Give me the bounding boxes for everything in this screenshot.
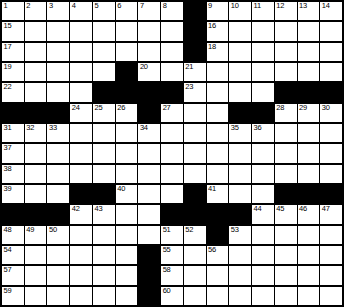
white-cell[interactable] — [252, 266, 274, 284]
white-cell[interactable] — [25, 43, 47, 61]
white-cell[interactable] — [116, 226, 138, 244]
white-cell[interactable] — [298, 22, 320, 40]
white-cell[interactable] — [25, 63, 47, 81]
white-cell[interactable] — [252, 226, 274, 244]
clue-number: 15 — [4, 22, 12, 30]
white-cell[interactable]: 25 — [93, 104, 115, 122]
white-cell[interactable] — [320, 287, 342, 305]
white-cell[interactable] — [320, 144, 342, 162]
white-cell[interactable]: 28 — [275, 104, 297, 122]
white-cell[interactable] — [70, 266, 92, 284]
white-cell[interactable] — [298, 144, 320, 162]
white-cell[interactable] — [229, 266, 251, 284]
white-cell[interactable] — [252, 144, 274, 162]
white-cell[interactable]: 2 — [25, 2, 47, 20]
crossword-grid: 1234567891011121314151617181920212223242… — [0, 0, 344, 307]
white-cell[interactable]: 8 — [161, 2, 183, 20]
white-cell[interactable] — [298, 63, 320, 81]
black-cell — [184, 22, 206, 40]
clue-number: 30 — [322, 104, 330, 112]
white-cell[interactable] — [47, 43, 69, 61]
white-cell[interactable] — [93, 144, 115, 162]
clue-number: 22 — [4, 83, 12, 91]
clue-number: 56 — [208, 246, 216, 254]
white-cell[interactable] — [275, 165, 297, 183]
white-cell[interactable] — [252, 185, 274, 203]
white-cell[interactable] — [161, 185, 183, 203]
clue-number: 38 — [4, 165, 12, 173]
white-cell[interactable]: 32 — [25, 124, 47, 142]
white-cell[interactable] — [25, 266, 47, 284]
black-cell — [25, 104, 47, 122]
clue-number: 48 — [4, 226, 12, 234]
white-cell[interactable]: 39 — [2, 185, 24, 203]
white-cell[interactable] — [229, 83, 251, 101]
white-cell[interactable] — [70, 43, 92, 61]
white-cell[interactable] — [298, 124, 320, 142]
white-cell[interactable] — [252, 43, 274, 61]
clue-number: 47 — [322, 205, 330, 213]
white-cell[interactable] — [93, 266, 115, 284]
clue-number: 49 — [26, 226, 34, 234]
white-cell[interactable] — [70, 83, 92, 101]
white-cell[interactable] — [70, 226, 92, 244]
white-cell[interactable] — [25, 144, 47, 162]
white-cell[interactable] — [116, 266, 138, 284]
white-cell[interactable] — [184, 165, 206, 183]
clue-number: 12 — [276, 2, 284, 10]
white-cell[interactable] — [252, 22, 274, 40]
clue-number: 16 — [208, 22, 216, 30]
white-cell[interactable] — [25, 165, 47, 183]
white-cell[interactable] — [298, 287, 320, 305]
clue-number: 26 — [117, 104, 125, 112]
black-cell — [93, 83, 115, 101]
white-cell[interactable] — [138, 22, 160, 40]
white-cell[interactable] — [93, 43, 115, 61]
white-cell[interactable]: 52 — [184, 226, 206, 244]
white-cell[interactable]: 26 — [116, 104, 138, 122]
white-cell[interactable]: 10 — [229, 2, 251, 20]
white-cell[interactable] — [275, 63, 297, 81]
white-cell[interactable] — [320, 266, 342, 284]
clue-number: 13 — [299, 2, 307, 10]
white-cell[interactable] — [320, 226, 342, 244]
white-cell[interactable] — [47, 22, 69, 40]
black-cell — [184, 43, 206, 61]
white-cell[interactable]: 22 — [2, 83, 24, 101]
clue-number: 34 — [140, 124, 148, 132]
white-cell[interactable]: 11 — [252, 2, 274, 20]
white-cell[interactable] — [47, 83, 69, 101]
white-cell[interactable] — [207, 144, 229, 162]
white-cell[interactable]: 18 — [207, 43, 229, 61]
white-cell[interactable] — [47, 63, 69, 81]
clue-number: 6 — [117, 2, 121, 10]
black-cell — [320, 185, 342, 203]
white-cell[interactable]: 20 — [138, 63, 160, 81]
clue-number: 28 — [276, 104, 284, 112]
white-cell[interactable] — [207, 287, 229, 305]
white-cell[interactable] — [116, 124, 138, 142]
white-cell[interactable]: 24 — [70, 104, 92, 122]
white-cell[interactable] — [93, 226, 115, 244]
white-cell[interactable] — [275, 144, 297, 162]
white-cell[interactable] — [207, 266, 229, 284]
white-cell[interactable] — [298, 165, 320, 183]
white-cell[interactable]: 41 — [207, 185, 229, 203]
white-cell[interactable]: 34 — [138, 124, 160, 142]
white-cell[interactable] — [207, 63, 229, 81]
black-cell — [298, 83, 320, 101]
white-cell[interactable] — [275, 124, 297, 142]
white-cell[interactable] — [184, 266, 206, 284]
white-cell[interactable] — [298, 43, 320, 61]
white-cell[interactable]: 6 — [116, 2, 138, 20]
white-cell[interactable] — [275, 246, 297, 264]
clue-number: 2 — [26, 2, 30, 10]
clue-number: 43 — [94, 205, 102, 213]
clue-number: 44 — [254, 205, 262, 213]
clue-number: 52 — [185, 226, 193, 234]
white-cell[interactable]: 53 — [229, 226, 251, 244]
white-cell[interactable] — [47, 287, 69, 305]
white-cell[interactable]: 7 — [138, 2, 160, 20]
clue-number: 17 — [4, 43, 12, 51]
white-cell[interactable]: 46 — [298, 205, 320, 223]
clue-number: 18 — [208, 43, 216, 51]
clue-number: 5 — [94, 2, 98, 10]
white-cell[interactable]: 49 — [25, 226, 47, 244]
clue-number: 58 — [163, 266, 171, 274]
white-cell[interactable]: 21 — [184, 63, 206, 81]
white-cell[interactable] — [229, 144, 251, 162]
white-cell[interactable] — [116, 205, 138, 223]
clue-number: 11 — [254, 2, 261, 10]
black-cell — [47, 205, 69, 223]
white-cell[interactable] — [47, 266, 69, 284]
white-cell[interactable] — [161, 43, 183, 61]
black-cell — [275, 185, 297, 203]
white-cell[interactable] — [298, 246, 320, 264]
clue-number: 29 — [299, 104, 307, 112]
white-cell[interactable] — [207, 165, 229, 183]
clue-number: 24 — [72, 104, 80, 112]
clue-number: 45 — [276, 205, 284, 213]
clue-number: 60 — [163, 287, 171, 295]
white-cell[interactable] — [252, 165, 274, 183]
white-cell[interactable] — [116, 43, 138, 61]
white-cell[interactable] — [116, 287, 138, 305]
white-cell[interactable] — [70, 124, 92, 142]
white-cell[interactable]: 54 — [2, 246, 24, 264]
white-cell[interactable]: 3 — [47, 2, 69, 20]
white-cell[interactable] — [25, 246, 47, 264]
white-cell[interactable]: 27 — [161, 104, 183, 122]
white-cell[interactable] — [116, 165, 138, 183]
white-cell[interactable] — [207, 104, 229, 122]
white-cell[interactable] — [70, 165, 92, 183]
black-cell — [252, 104, 274, 122]
white-cell[interactable] — [184, 124, 206, 142]
white-cell[interactable]: 55 — [161, 246, 183, 264]
clue-number: 36 — [254, 124, 262, 132]
clue-number: 20 — [140, 63, 148, 71]
white-cell[interactable] — [320, 165, 342, 183]
white-cell[interactable] — [252, 287, 274, 305]
white-cell[interactable] — [298, 266, 320, 284]
black-cell — [229, 205, 251, 223]
clue-number: 27 — [163, 104, 171, 112]
white-cell[interactable] — [275, 22, 297, 40]
white-cell[interactable] — [229, 165, 251, 183]
clue-number: 7 — [140, 2, 144, 10]
white-cell[interactable] — [298, 226, 320, 244]
black-cell — [184, 185, 206, 203]
white-cell[interactable]: 51 — [161, 226, 183, 244]
white-cell[interactable] — [161, 165, 183, 183]
white-cell[interactable]: 35 — [229, 124, 251, 142]
black-cell — [207, 226, 229, 244]
white-cell[interactable]: 56 — [207, 246, 229, 264]
white-cell[interactable] — [70, 144, 92, 162]
white-cell[interactable] — [138, 226, 160, 244]
white-cell[interactable] — [47, 165, 69, 183]
white-cell[interactable] — [93, 165, 115, 183]
black-cell — [138, 246, 160, 264]
white-cell[interactable] — [320, 63, 342, 81]
white-cell[interactable] — [320, 246, 342, 264]
white-cell[interactable]: 57 — [2, 266, 24, 284]
black-cell — [184, 2, 206, 20]
white-cell[interactable] — [93, 63, 115, 81]
black-cell — [320, 83, 342, 101]
clue-number: 55 — [163, 246, 171, 254]
black-cell — [47, 104, 69, 122]
white-cell[interactable]: 42 — [70, 205, 92, 223]
black-cell — [70, 185, 92, 203]
white-cell[interactable] — [252, 246, 274, 264]
white-cell[interactable]: 9 — [207, 2, 229, 20]
white-cell[interactable]: 12 — [275, 2, 297, 20]
black-cell — [275, 83, 297, 101]
white-cell[interactable]: 31 — [2, 124, 24, 142]
white-cell[interactable] — [207, 83, 229, 101]
white-cell[interactable] — [320, 22, 342, 40]
white-cell[interactable] — [275, 287, 297, 305]
black-cell — [161, 205, 183, 223]
black-cell — [207, 205, 229, 223]
white-cell[interactable] — [275, 226, 297, 244]
white-cell[interactable] — [93, 124, 115, 142]
white-cell[interactable] — [138, 144, 160, 162]
black-cell — [2, 205, 24, 223]
white-cell[interactable] — [184, 287, 206, 305]
white-cell[interactable] — [184, 104, 206, 122]
white-cell[interactable] — [320, 124, 342, 142]
white-cell[interactable]: 19 — [2, 63, 24, 81]
clue-number: 51 — [163, 226, 171, 234]
white-cell[interactable]: 48 — [2, 226, 24, 244]
white-cell[interactable] — [229, 287, 251, 305]
white-cell[interactable]: 4 — [70, 2, 92, 20]
white-cell[interactable] — [47, 246, 69, 264]
black-cell — [138, 266, 160, 284]
white-cell[interactable]: 23 — [184, 83, 206, 101]
clue-number: 37 — [4, 144, 12, 152]
white-cell[interactable] — [161, 22, 183, 40]
clue-number: 1 — [4, 2, 8, 10]
clue-number: 19 — [4, 63, 12, 71]
clue-number: 54 — [4, 246, 12, 254]
white-cell[interactable] — [138, 165, 160, 183]
white-cell[interactable] — [70, 246, 92, 264]
clue-number: 10 — [231, 2, 239, 10]
white-cell[interactable] — [138, 185, 160, 203]
clue-number: 59 — [4, 287, 12, 295]
white-cell[interactable] — [229, 22, 251, 40]
white-cell[interactable]: 58 — [161, 266, 183, 284]
white-cell[interactable]: 43 — [93, 205, 115, 223]
white-cell[interactable] — [25, 83, 47, 101]
clue-number: 53 — [231, 226, 239, 234]
white-cell[interactable] — [70, 63, 92, 81]
white-cell[interactable]: 44 — [252, 205, 274, 223]
clue-number: 23 — [185, 83, 193, 91]
white-cell[interactable]: 33 — [47, 124, 69, 142]
white-cell[interactable] — [207, 124, 229, 142]
white-cell[interactable] — [93, 246, 115, 264]
white-cell[interactable] — [161, 124, 183, 142]
white-cell[interactable] — [25, 185, 47, 203]
white-cell[interactable]: 5 — [93, 2, 115, 20]
white-cell[interactable] — [138, 43, 160, 61]
clue-number: 42 — [72, 205, 80, 213]
white-cell[interactable] — [161, 144, 183, 162]
white-cell[interactable]: 30 — [320, 104, 342, 122]
white-cell[interactable] — [116, 144, 138, 162]
white-cell[interactable] — [184, 246, 206, 264]
clue-number: 25 — [94, 104, 102, 112]
black-cell — [298, 185, 320, 203]
white-cell[interactable] — [252, 63, 274, 81]
clue-number: 35 — [231, 124, 239, 132]
black-cell — [116, 63, 138, 81]
black-cell — [138, 104, 160, 122]
clue-number: 21 — [185, 63, 193, 71]
white-cell[interactable] — [70, 287, 92, 305]
white-cell[interactable]: 15 — [2, 22, 24, 40]
white-cell[interactable] — [229, 63, 251, 81]
white-cell[interactable]: 16 — [207, 22, 229, 40]
white-cell[interactable]: 1 — [2, 2, 24, 20]
clue-number: 33 — [49, 124, 57, 132]
white-cell[interactable] — [47, 144, 69, 162]
clue-number: 31 — [4, 124, 12, 132]
clue-number: 39 — [4, 185, 12, 193]
white-cell[interactable] — [229, 43, 251, 61]
black-cell — [116, 83, 138, 101]
clue-number: 46 — [299, 205, 307, 213]
white-cell[interactable]: 36 — [252, 124, 274, 142]
clue-number: 14 — [322, 2, 330, 10]
clue-number: 9 — [208, 2, 212, 10]
white-cell[interactable]: 37 — [2, 144, 24, 162]
white-cell[interactable] — [184, 144, 206, 162]
white-cell[interactable]: 13 — [298, 2, 320, 20]
white-cell[interactable]: 50 — [47, 226, 69, 244]
white-cell[interactable]: 17 — [2, 43, 24, 61]
black-cell — [229, 104, 251, 122]
white-cell[interactable] — [116, 246, 138, 264]
black-cell — [184, 205, 206, 223]
white-cell[interactable] — [93, 22, 115, 40]
white-cell[interactable] — [229, 246, 251, 264]
white-cell[interactable]: 59 — [2, 287, 24, 305]
white-cell[interactable] — [161, 63, 183, 81]
white-cell[interactable]: 45 — [275, 205, 297, 223]
black-cell — [93, 185, 115, 203]
white-cell[interactable] — [229, 185, 251, 203]
white-cell[interactable] — [70, 22, 92, 40]
white-cell[interactable] — [275, 266, 297, 284]
white-cell[interactable] — [93, 287, 115, 305]
white-cell[interactable]: 14 — [320, 2, 342, 20]
clue-number: 4 — [72, 2, 76, 10]
black-cell — [25, 205, 47, 223]
black-cell — [138, 83, 160, 101]
white-cell[interactable]: 60 — [161, 287, 183, 305]
black-cell — [2, 104, 24, 122]
black-cell — [138, 287, 160, 305]
white-cell[interactable] — [47, 185, 69, 203]
white-cell[interactable] — [275, 43, 297, 61]
white-cell[interactable]: 47 — [320, 205, 342, 223]
white-cell[interactable]: 40 — [116, 185, 138, 203]
clue-number: 41 — [208, 185, 216, 193]
clue-number: 8 — [163, 2, 167, 10]
white-cell[interactable] — [25, 287, 47, 305]
clue-number: 57 — [4, 266, 12, 274]
white-cell[interactable] — [116, 22, 138, 40]
clue-number: 3 — [49, 2, 53, 10]
white-cell[interactable]: 29 — [298, 104, 320, 122]
white-cell[interactable] — [320, 43, 342, 61]
white-cell[interactable] — [252, 83, 274, 101]
white-cell[interactable]: 38 — [2, 165, 24, 183]
white-cell[interactable] — [138, 205, 160, 223]
clue-number: 32 — [26, 124, 34, 132]
clue-number: 50 — [49, 226, 57, 234]
white-cell[interactable] — [25, 22, 47, 40]
black-cell — [161, 83, 183, 101]
clue-number: 40 — [117, 185, 125, 193]
